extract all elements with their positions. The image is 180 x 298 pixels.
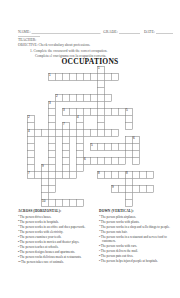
blocked-cell	[69, 87, 76, 94]
blocked-cell	[118, 178, 125, 185]
clue-item-text: The person cuts hair.	[101, 230, 128, 234]
blocked-cell	[111, 80, 118, 87]
blocked-cell	[69, 192, 76, 199]
blocked-cell	[146, 101, 153, 108]
blocked-cell	[83, 115, 90, 122]
crossword-cell[interactable]	[132, 157, 140, 165]
blocked-cell	[90, 192, 97, 199]
crossword-cell[interactable]	[118, 157, 126, 165]
blocked-cell	[76, 87, 83, 94]
blocked-cell	[62, 87, 69, 94]
blocked-cell	[69, 150, 76, 157]
blocked-cell	[132, 101, 139, 108]
blocked-cell	[111, 66, 118, 73]
blocked-cell	[48, 192, 55, 199]
grade-blank-line[interactable]	[119, 29, 140, 34]
blocked-cell	[27, 87, 34, 94]
blocked-cell	[69, 122, 76, 129]
blocked-cell	[153, 129, 160, 136]
blocked-cell	[83, 143, 90, 150]
clue-item-text: The person works in a restaurant and ser…	[101, 235, 167, 243]
blocked-cell	[41, 157, 48, 164]
blocked-cell	[69, 164, 76, 171]
blocked-cell	[69, 115, 76, 122]
clue-number: 2	[56, 95, 58, 98]
blocked-cell	[153, 164, 160, 171]
blocked-cell	[90, 150, 97, 157]
blocked-cell	[153, 108, 160, 115]
blocked-cell	[111, 101, 118, 108]
blocked-cell	[146, 115, 153, 122]
objective-text: OBJECTIVE: Check vocabulary about profes…	[18, 43, 90, 47]
blocked-cell	[41, 101, 48, 108]
blocked-cell	[125, 129, 132, 136]
blocked-cell	[118, 122, 125, 129]
blocked-cell	[104, 122, 111, 129]
blocked-cell	[139, 94, 146, 101]
blocked-cell	[125, 157, 132, 164]
clue-item: 10The person takes care of animals.	[18, 259, 90, 264]
blocked-cell	[55, 164, 62, 171]
blocked-cell	[41, 136, 48, 143]
blocked-cell	[27, 66, 34, 73]
blocked-cell	[125, 66, 132, 73]
blocked-cell	[153, 150, 160, 157]
blocked-cell	[76, 66, 83, 73]
blocked-cell	[139, 150, 146, 157]
blocked-cell	[83, 178, 90, 185]
meta-row: NAME: GRADE: DATE:	[18, 29, 173, 34]
blocked-cell	[90, 178, 97, 185]
blocked-cell	[125, 101, 132, 108]
down-clues-column: DOWN (VERTICAL): 1The person pilots airp…	[99, 209, 175, 264]
down-header: DOWN (VERTICAL):	[99, 209, 175, 213]
blocked-cell	[41, 73, 48, 80]
clue-number: 5	[91, 144, 93, 147]
blocked-cell	[146, 136, 153, 143]
blocked-cell	[62, 101, 69, 108]
blocked-cell	[34, 185, 41, 192]
across-clues-column: ACROSS (HORIZONTAL): 1The person drives …	[18, 209, 90, 264]
blocked-cell	[83, 185, 90, 192]
blocked-cell	[153, 185, 160, 192]
blocked-cell	[27, 73, 34, 80]
blocked-cell	[139, 157, 146, 164]
crossword-cell[interactable]	[111, 129, 119, 137]
blocked-cell	[90, 115, 97, 122]
blocked-cell	[55, 157, 62, 164]
crossword-cell[interactable]	[48, 185, 56, 193]
across-clues-list: 1The person drives buses.2The person wor…	[18, 214, 90, 265]
clue-item-text: The person pilots airplanes.	[101, 215, 136, 219]
blocked-cell	[118, 73, 125, 80]
blocked-cell	[41, 94, 48, 101]
blocked-cell	[83, 150, 90, 157]
blocked-cell	[83, 192, 90, 199]
blocked-cell	[153, 101, 160, 108]
blocked-cell	[69, 157, 76, 164]
blocked-cell	[90, 80, 97, 87]
blocked-cell	[146, 143, 153, 150]
clue-number: 8	[98, 172, 100, 175]
blocked-cell	[55, 192, 62, 199]
blocked-cell	[34, 157, 41, 164]
blocked-cell	[104, 150, 111, 157]
blocked-cell	[139, 136, 146, 143]
blocked-cell	[118, 129, 125, 136]
blocked-cell	[83, 199, 90, 206]
blocked-cell	[153, 143, 160, 150]
blocked-cell	[62, 66, 69, 73]
clue-number: 7	[28, 172, 30, 175]
blocked-cell	[69, 143, 76, 150]
blocked-cell	[139, 101, 146, 108]
clue-item-text: The person works in hospitals.	[20, 220, 59, 224]
blocked-cell	[34, 122, 41, 129]
blocked-cell	[139, 164, 146, 171]
blocked-cell	[125, 80, 132, 87]
date-label: DATE:	[144, 29, 155, 34]
blocked-cell	[48, 80, 55, 87]
across-header: ACROSS (HORIZONTAL):	[18, 209, 90, 213]
blocked-cell	[34, 101, 41, 108]
blocked-cell	[118, 164, 125, 171]
blocked-cell	[41, 115, 48, 122]
down-clues-list: 1The person pilots airplanes.2The person…	[99, 214, 175, 264]
blocked-cell	[34, 80, 41, 87]
blocked-cell	[146, 192, 153, 199]
blocked-cell	[55, 108, 62, 115]
crossword-cell[interactable]	[146, 185, 154, 193]
blocked-cell	[90, 136, 97, 143]
blocked-cell	[118, 101, 125, 108]
blocked-cell	[27, 185, 34, 192]
blocked-cell	[111, 136, 118, 143]
blocked-cell	[69, 101, 76, 108]
blocked-cell	[90, 122, 97, 129]
blocked-cell	[97, 136, 104, 143]
blocked-cell	[34, 164, 41, 171]
blocked-cell	[83, 66, 90, 73]
blocked-cell	[34, 115, 41, 122]
blocked-cell	[104, 199, 111, 206]
teacher-label: TEACHER:	[18, 37, 36, 42]
clue-item-text: The person works in an office and does p…	[20, 225, 86, 229]
blocked-cell	[153, 73, 160, 80]
page-title: OCCUPATIONS	[0, 57, 180, 66]
blocked-cell	[146, 66, 153, 73]
blocked-cell	[111, 178, 118, 185]
blocked-cell	[146, 94, 153, 101]
blocked-cell	[125, 87, 132, 94]
blocked-cell	[62, 185, 69, 192]
blocked-cell	[111, 115, 118, 122]
blocked-cell	[146, 122, 153, 129]
blocked-cell	[34, 136, 41, 143]
blocked-cell	[153, 171, 160, 178]
blocked-cell	[153, 66, 160, 73]
blocked-cell	[69, 66, 76, 73]
blocked-cell	[146, 108, 153, 115]
clue-item-text: The person teaches at schools.	[20, 245, 59, 249]
blocked-cell	[69, 185, 76, 192]
blocked-cell	[83, 171, 90, 178]
blocked-cell	[125, 73, 132, 80]
blocked-cell	[76, 101, 83, 108]
blocked-cell	[69, 178, 76, 185]
clue-item-text: The person drives buses.	[20, 215, 52, 219]
blocked-cell	[55, 115, 62, 122]
blocked-cell	[27, 101, 34, 108]
blocked-cell	[34, 192, 41, 199]
blocked-cell	[90, 171, 97, 178]
blocked-cell	[104, 115, 111, 122]
blocked-cell	[97, 192, 104, 199]
name-label: NAME:	[18, 29, 31, 34]
blocked-cell	[132, 73, 139, 80]
clue-item-text: The person works in a shop and sells thi…	[101, 225, 170, 229]
clue-item-text: The person delivers the mail.	[101, 249, 138, 253]
blocked-cell	[132, 94, 139, 101]
blocked-cell	[118, 199, 125, 206]
blocked-cell	[55, 87, 62, 94]
clue-item-text: The person puts out fires.	[101, 254, 134, 258]
blocked-cell	[132, 87, 139, 94]
blocked-cell	[69, 80, 76, 87]
blocked-cell	[118, 94, 125, 101]
blocked-cell	[48, 66, 55, 73]
blocked-cell	[55, 143, 62, 150]
blocked-cell	[153, 192, 160, 199]
blocked-cell	[41, 143, 48, 150]
clue-number: 6	[84, 158, 86, 161]
blocked-cell	[76, 192, 83, 199]
clue-number: 9	[42, 165, 44, 168]
crossword-cell[interactable]	[111, 73, 119, 81]
clue-number: 4	[28, 130, 30, 133]
blocked-cell	[97, 185, 104, 192]
crossword-cell[interactable]	[125, 199, 133, 207]
blocked-cell	[139, 199, 146, 206]
blocked-cell	[27, 199, 34, 206]
clue-item: 9The person helps injured people at hosp…	[99, 258, 175, 263]
blocked-cell	[27, 94, 34, 101]
blocked-cell	[153, 122, 160, 129]
blocked-cell	[139, 87, 146, 94]
blocked-cell	[83, 136, 90, 143]
clue-number: 1	[98, 67, 100, 70]
blocked-cell	[76, 178, 83, 185]
date-blank-line[interactable]	[156, 29, 173, 34]
crossword-cell[interactable]	[69, 171, 77, 179]
clue-number: 3	[63, 109, 65, 112]
clue-number: 6	[133, 137, 135, 140]
crossword-cell[interactable]	[125, 122, 133, 130]
blocked-cell	[55, 150, 62, 157]
blocked-cell	[55, 80, 62, 87]
clue-item-text: The person works with electricity.	[20, 230, 64, 234]
clue-item-text: The person works in movies and theater p…	[20, 240, 79, 244]
blocked-cell	[97, 199, 104, 206]
blocked-cell	[111, 94, 118, 101]
crossword-grid: 11233524746569788910	[27, 66, 160, 206]
blocked-cell	[97, 150, 104, 157]
blocked-cell	[62, 115, 69, 122]
blocked-cell	[139, 73, 146, 80]
blocked-cell	[118, 136, 125, 143]
blocked-cell	[90, 164, 97, 171]
blocked-cell	[90, 87, 97, 94]
blocked-cell	[132, 199, 139, 206]
clue-item-text: The person works with cars.	[101, 244, 137, 248]
blocked-cell	[27, 192, 34, 199]
clue-number: 7	[63, 123, 65, 126]
blocked-cell	[111, 122, 118, 129]
name-blank-line[interactable]	[32, 29, 101, 34]
blocked-cell	[111, 87, 118, 94]
blocked-cell	[139, 129, 146, 136]
blocked-cell	[27, 178, 34, 185]
crossword-cell[interactable]	[76, 164, 84, 172]
blocked-cell	[41, 87, 48, 94]
blocked-cell	[104, 136, 111, 143]
blocked-cell	[104, 80, 111, 87]
blocked-cell	[146, 199, 153, 206]
blocked-cell	[104, 178, 111, 185]
blocked-cell	[153, 178, 160, 185]
blocked-cell	[55, 101, 62, 108]
blocked-cell	[104, 192, 111, 199]
blocked-cell	[146, 164, 153, 171]
blocked-cell	[34, 94, 41, 101]
blocked-cell	[34, 178, 41, 185]
blocked-cell	[118, 192, 125, 199]
blocked-cell	[125, 94, 132, 101]
blocked-cell	[83, 80, 90, 87]
blocked-cell	[48, 94, 55, 101]
blocked-cell	[76, 171, 83, 178]
blocked-cell	[132, 122, 139, 129]
clue-number: 1	[49, 74, 51, 77]
blocked-cell	[139, 192, 146, 199]
blocked-cell	[132, 178, 139, 185]
blocked-cell	[97, 178, 104, 185]
blocked-cell	[90, 101, 97, 108]
clue-item: 5The person works in a restaurant and se…	[99, 234, 175, 243]
blocked-cell	[146, 178, 153, 185]
blocked-cell	[90, 199, 97, 206]
blocked-cell	[76, 80, 83, 87]
blocked-cell	[55, 136, 62, 143]
blocked-cell	[90, 185, 97, 192]
blocked-cell	[83, 101, 90, 108]
blocked-cell	[55, 185, 62, 192]
blocked-cell	[41, 80, 48, 87]
blocked-cell	[62, 192, 69, 199]
blocked-cell	[139, 115, 146, 122]
blocked-cell	[139, 66, 146, 73]
blocked-cell	[146, 157, 153, 164]
blocked-cell	[41, 122, 48, 129]
crossword-cell[interactable]	[104, 94, 112, 102]
blocked-cell	[34, 199, 41, 206]
blocked-cell	[146, 87, 153, 94]
blocked-cell	[125, 164, 132, 171]
blocked-cell	[132, 115, 139, 122]
blocked-cell	[34, 73, 41, 80]
clue-number: 2	[28, 116, 30, 119]
blocked-cell	[62, 80, 69, 87]
blocked-cell	[48, 87, 55, 94]
blocked-cell	[34, 150, 41, 157]
blocked-cell	[118, 87, 125, 94]
blocked-cell	[83, 87, 90, 94]
blocked-cell	[153, 94, 160, 101]
worksheet-page: NAME: GRADE: DATE: TEACHER: OBJECTIVE: C…	[0, 0, 180, 298]
blocked-cell	[153, 115, 160, 122]
blocked-cell	[111, 199, 118, 206]
clue-item-text: The person designs houses and apartments…	[20, 250, 75, 254]
clue-item-text: The person takes care of animals.	[21, 260, 64, 264]
blocked-cell	[111, 150, 118, 157]
blocked-cell	[34, 108, 41, 115]
blocked-cell	[132, 108, 139, 115]
crossword-cell[interactable]	[146, 171, 154, 179]
blocked-cell	[118, 66, 125, 73]
blocked-cell	[111, 164, 118, 171]
blocked-cell	[34, 66, 41, 73]
clue-number: 9	[112, 186, 114, 189]
blocked-cell	[97, 164, 104, 171]
blocked-cell	[139, 143, 146, 150]
clue-item-text: The person cooks delicious meals at rest…	[20, 255, 82, 259]
blocked-cell	[69, 136, 76, 143]
blocked-cell	[55, 122, 62, 129]
blocked-cell	[76, 185, 83, 192]
blocked-cell	[153, 87, 160, 94]
blocked-cell	[132, 66, 139, 73]
blocked-cell	[139, 122, 146, 129]
clue-number: 10	[42, 200, 45, 203]
blocked-cell	[139, 108, 146, 115]
crossword-cell[interactable]	[76, 199, 84, 207]
blocked-cell	[27, 80, 34, 87]
clue-item-text: The person examines your teeth.	[20, 235, 62, 239]
blocked-cell	[34, 87, 41, 94]
blocked-cell	[118, 150, 125, 157]
blocked-cell	[153, 80, 160, 87]
blocked-cell	[118, 115, 125, 122]
blocked-cell	[62, 178, 69, 185]
blocked-cell	[90, 66, 97, 73]
blocked-cell	[139, 178, 146, 185]
blocked-cell	[153, 136, 160, 143]
blocked-cell	[146, 129, 153, 136]
blocked-cell	[118, 80, 125, 87]
clue-number: 4	[77, 116, 79, 119]
clue-number: 5	[126, 109, 128, 112]
clue-item-text: The person helps injured people at hospi…	[101, 259, 158, 263]
blocked-cell	[132, 80, 139, 87]
clue-item-text: The person works with plants.	[101, 220, 140, 224]
blocked-cell	[83, 122, 90, 129]
clue-number: 3	[49, 102, 51, 105]
blocked-cell	[104, 185, 111, 192]
blocked-cell	[104, 164, 111, 171]
blocked-cell	[104, 87, 111, 94]
blocked-cell	[104, 66, 111, 73]
blocked-cell	[132, 129, 139, 136]
